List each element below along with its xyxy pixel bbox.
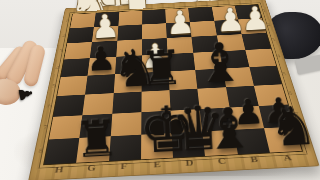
player-hand: [0, 35, 72, 130]
black-king-e8[interactable]: ♚: [137, 98, 173, 162]
rank-label-4: 4: [273, 53, 285, 59]
square-g5[interactable]: [85, 74, 114, 94]
chessboard[interactable]: H G F E D C B A 1122334455667788♚♛♜♜♞♞♟♟…: [28, 0, 320, 180]
square-a5[interactable]: [249, 66, 282, 86]
black-knight-f5[interactable]: ♞: [110, 43, 141, 96]
square-a3[interactable]: [241, 33, 271, 50]
black-queen-d8[interactable]: ♛: [170, 98, 206, 160]
scene: H G F E D C B A 1122334455667788♚♛♜♜♞♞♟♟…: [0, 0, 320, 180]
rank-label-3: 3: [268, 37, 279, 42]
black-bishop-c5[interactable]: ♝: [195, 36, 226, 91]
rank-label-8: 8: [34, 147, 48, 155]
square-a4[interactable]: [245, 49, 276, 68]
rank-label-2: 2: [59, 33, 69, 38]
rank-label-5: 5: [278, 71, 290, 77]
black-knight-a8[interactable]: ♞: [267, 100, 302, 155]
black-rook-g8[interactable]: ♜: [73, 114, 108, 166]
white-pawn-g2[interactable]: ♟: [90, 10, 117, 43]
white-pawn-d2[interactable]: ♟: [165, 6, 192, 39]
file-label-h: H: [42, 164, 76, 175]
